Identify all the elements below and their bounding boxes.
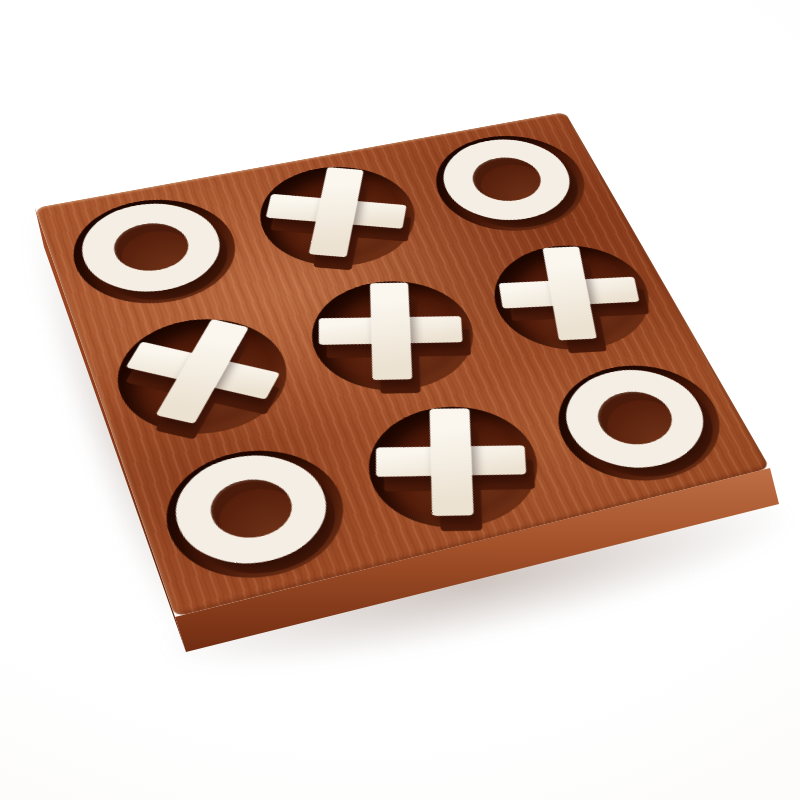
x-top-bar-vertical [430,408,474,516]
piece-o-r3c1[interactable] [148,435,364,596]
x-piece-top [316,281,467,383]
o-piece-top [547,358,724,481]
x-piece-top [255,161,414,262]
cell-r1c2[interactable] [243,156,434,279]
piece-x-r3c2[interactable] [376,411,534,524]
x-top-bar-vertical [370,283,412,380]
piece-o-r1c3[interactable] [417,125,605,243]
piece-x-r2c1[interactable] [100,310,301,443]
piece-x-r1c2[interactable] [257,165,416,267]
x-piece-top [491,243,649,345]
piece-x-r2c2[interactable] [319,285,470,388]
cell-r1c1[interactable] [58,188,253,317]
piece-x-r2c3[interactable] [494,247,652,349]
product-photo-scene [0,0,800,800]
cell-r3c2[interactable] [348,392,560,544]
tictactoe-board [35,112,770,617]
cell-r3c3[interactable] [536,352,744,497]
o-piece-top [69,194,234,303]
cell-r2c2[interactable] [293,269,494,406]
o-piece-top [160,442,344,578]
cell-r1c3[interactable] [417,125,605,243]
piece-o-r1c1[interactable] [58,188,253,317]
piece-o-r3c3[interactable] [536,352,744,497]
cell-r3c1[interactable] [148,435,364,596]
cell-r2c1[interactable] [101,306,306,450]
cell-r2c3[interactable] [474,234,672,364]
o-piece-top [427,130,587,230]
x-piece-top [374,406,532,519]
